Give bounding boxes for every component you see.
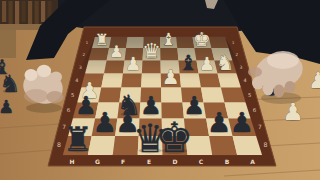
right-thumb [248,67,262,77]
piece-black-pawn-b7[interactable]: ♟ [207,106,232,138]
piece-white-knight-a3[interactable]: ♞ [216,51,234,75]
book-spine [28,1,32,25]
piece-white-rook-h1[interactable]: ♜ [95,30,109,49]
book-spine [41,1,45,22]
piece-black-king-d8[interactable]: ♚ [156,113,193,162]
square-b8[interactable] [209,136,237,155]
left-knuckle-1 [25,69,38,81]
right-finger-3 [274,85,285,98]
furniture-side [0,30,16,58]
piece-black-pawn-g7[interactable]: ♟ [92,106,117,138]
rank-label-left-6: 6 [67,107,71,113]
file-label-c: C [199,158,204,165]
book-spine [35,1,39,28]
rank-label-left-4: 4 [75,77,78,83]
left-knuckle-2 [37,65,51,77]
rank-label-right-8: 8 [264,141,268,148]
piece-white-pawn-d4[interactable]: ♟ [162,65,180,89]
captured-black-pawn[interactable]: ♟ [0,96,14,117]
left-hand-shadow [26,103,62,113]
rank-label-right-4: 4 [244,77,247,83]
piece-black-pawn-a7[interactable]: ♟ [230,106,255,138]
square-d5[interactable] [161,88,182,103]
book-spine [2,1,6,22]
right-finger-2 [263,83,274,96]
piece-white-king-b1[interactable]: ♚ [193,28,210,51]
file-label-b: B [225,158,230,165]
rank-label-left-8: 8 [57,141,61,148]
piece-white-pawn-g2[interactable]: ♟ [109,42,123,61]
book-spine [9,1,13,25]
rank-label-right-2: 2 [236,52,239,57]
rank-label-left-2: 2 [83,52,86,57]
rank-label-left-3: 3 [79,65,82,70]
video-frame: HGFEDCBA1122334455667788♜♝♚♛♟♞♟♟♝♟♟♟♟♞♟♟… [0,0,320,180]
right-finger-1 [252,77,264,90]
left-thumb [47,91,64,103]
chess-scene: HGFEDCBA1122334455667788♜♝♚♛♟♞♟♟♝♟♟♟♟♞♟♟… [0,0,320,180]
file-label-g: G [95,158,100,165]
piece-white-pawn-f3[interactable]: ♟ [125,53,141,74]
left-knuckle-3 [50,72,62,83]
right-finger-4 [285,81,296,93]
right-hand-highlight [267,51,299,69]
piece-white-bishop-d1[interactable]: ♝ [161,29,176,49]
piece-black-bishop-c3[interactable]: ♝ [179,50,198,75]
rank-label-right-7: 7 [258,124,262,130]
piece-black-rook-h8[interactable]: ♜ [63,120,93,159]
captured-white-piece-partial[interactable]: ♟ [308,68,320,93]
left-hand-shading [24,89,48,103]
file-label-a: A [250,158,255,165]
book-spine [22,1,26,22]
file-label-h: H [69,158,74,165]
rank-label-right-5: 5 [248,92,251,98]
file-label-f: F [121,158,125,165]
piece-white-queen-e2[interactable]: ♛ [142,39,161,63]
piece-white-pawn-b3[interactable]: ♟ [199,53,215,74]
book-spine [15,1,19,28]
captured-black-knight[interactable]: ♞ [0,70,21,98]
rank-label-right-3: 3 [239,65,242,70]
